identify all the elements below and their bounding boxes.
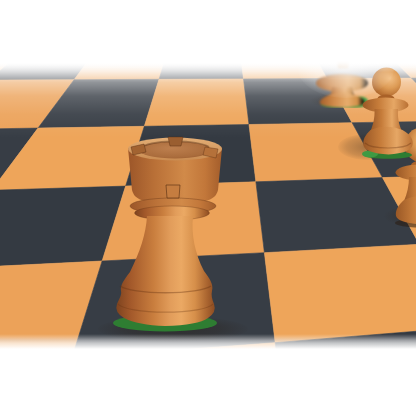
chess-set-product-photo — [0, 0, 416, 416]
rook-notch-front — [166, 185, 180, 198]
pawn-base — [363, 127, 412, 155]
pawn-base — [320, 93, 364, 108]
board-square — [264, 244, 416, 342]
pawn-stem-top — [336, 44, 350, 68]
board-square — [159, 50, 244, 80]
white-pawn-f6 — [361, 64, 416, 160]
pawn-base — [396, 196, 416, 224]
rook-notch-back — [168, 137, 183, 146]
white-rook-d4 — [108, 134, 232, 338]
board-square — [144, 79, 249, 126]
pawn-ball-finial — [372, 68, 401, 97]
